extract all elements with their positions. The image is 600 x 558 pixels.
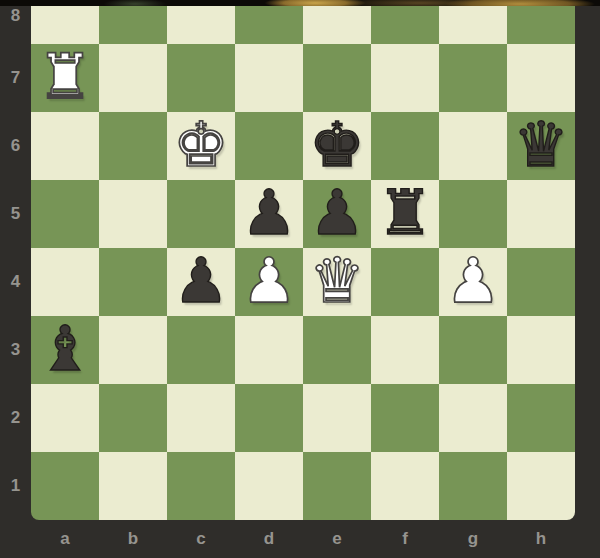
square-g3[interactable] xyxy=(439,316,507,384)
rank-label-6: 6 xyxy=(0,136,31,156)
piece-white-rook[interactable]: ♜ xyxy=(31,43,99,111)
file-label-a: a xyxy=(31,520,99,558)
square-g5[interactable] xyxy=(439,180,507,248)
square-d3[interactable] xyxy=(235,316,303,384)
square-b2[interactable] xyxy=(99,384,167,452)
square-b7[interactable] xyxy=(99,44,167,112)
file-label-h: h xyxy=(507,520,575,558)
square-h8[interactable] xyxy=(507,6,575,44)
square-a6[interactable] xyxy=(31,112,99,180)
square-d7[interactable] xyxy=(235,44,303,112)
square-h2[interactable] xyxy=(507,384,575,452)
square-g8[interactable] xyxy=(439,6,507,44)
square-e8[interactable] xyxy=(303,6,371,44)
square-a8[interactable] xyxy=(31,6,99,44)
square-e1[interactable] xyxy=(303,452,371,520)
rank-label-7: 7 xyxy=(0,68,31,88)
rank-label-4: 4 xyxy=(0,272,31,292)
square-f3[interactable] xyxy=(371,316,439,384)
square-f7[interactable] xyxy=(371,44,439,112)
square-f2[interactable] xyxy=(371,384,439,452)
square-h4[interactable] xyxy=(507,248,575,316)
square-g1[interactable] xyxy=(439,452,507,520)
rank-label-5: 5 xyxy=(0,204,31,224)
square-a3[interactable]: ♝ xyxy=(31,316,99,384)
square-f1[interactable] xyxy=(371,452,439,520)
piece-white-king[interactable]: ♚ xyxy=(167,111,235,179)
square-c3[interactable] xyxy=(167,316,235,384)
square-d8[interactable] xyxy=(235,6,303,44)
square-g7[interactable] xyxy=(439,44,507,112)
square-c6[interactable]: ♚ xyxy=(167,112,235,180)
square-e6[interactable]: ♚ xyxy=(303,112,371,180)
square-h1[interactable] xyxy=(507,452,575,520)
rank-label-3: 3 xyxy=(0,340,31,360)
square-c1[interactable] xyxy=(167,452,235,520)
square-d1[interactable] xyxy=(235,452,303,520)
piece-white-pawn[interactable]: ♟ xyxy=(235,247,303,315)
chess-board[interactable]: ♜♚♚♛♟♟♜♟♟♛♟♝ xyxy=(31,6,575,520)
square-h3[interactable] xyxy=(507,316,575,384)
file-label-e: e xyxy=(303,520,371,558)
square-a2[interactable] xyxy=(31,384,99,452)
square-c4[interactable]: ♟ xyxy=(167,248,235,316)
square-e3[interactable] xyxy=(303,316,371,384)
square-h6[interactable]: ♛ xyxy=(507,112,575,180)
square-e2[interactable] xyxy=(303,384,371,452)
piece-black-pawn[interactable]: ♟ xyxy=(235,179,303,247)
piece-black-bishop[interactable]: ♝ xyxy=(31,315,99,383)
square-b1[interactable] xyxy=(99,452,167,520)
square-e7[interactable] xyxy=(303,44,371,112)
square-a7[interactable]: ♜ xyxy=(31,44,99,112)
square-d6[interactable] xyxy=(235,112,303,180)
board-grid: ♜♚♚♛♟♟♜♟♟♛♟♝ xyxy=(31,6,575,520)
square-c5[interactable] xyxy=(167,180,235,248)
square-g6[interactable] xyxy=(439,112,507,180)
square-h7[interactable] xyxy=(507,44,575,112)
piece-white-pawn[interactable]: ♟ xyxy=(439,247,507,315)
file-label-c: c xyxy=(167,520,235,558)
piece-black-king[interactable]: ♚ xyxy=(303,111,371,179)
file-label-d: d xyxy=(235,520,303,558)
piece-black-pawn[interactable]: ♟ xyxy=(167,247,235,315)
square-h5[interactable] xyxy=(507,180,575,248)
square-g2[interactable] xyxy=(439,384,507,452)
rank-label-8: 8 xyxy=(0,6,31,26)
square-a4[interactable] xyxy=(31,248,99,316)
file-label-b: b xyxy=(99,520,167,558)
square-a5[interactable] xyxy=(31,180,99,248)
piece-black-pawn[interactable]: ♟ xyxy=(303,179,371,247)
square-e4[interactable]: ♛ xyxy=(303,248,371,316)
square-c2[interactable] xyxy=(167,384,235,452)
square-b3[interactable] xyxy=(99,316,167,384)
square-f4[interactable] xyxy=(371,248,439,316)
square-b6[interactable] xyxy=(99,112,167,180)
rank-label-1: 1 xyxy=(0,476,31,496)
square-f8[interactable] xyxy=(371,6,439,44)
file-label-g: g xyxy=(439,520,507,558)
piece-black-queen[interactable]: ♛ xyxy=(507,111,575,179)
square-d4[interactable]: ♟ xyxy=(235,248,303,316)
piece-white-queen[interactable]: ♛ xyxy=(303,247,371,315)
chess-app-screen: ♜♚♚♛♟♟♜♟♟♛♟♝ 87654321 abcdefgh xyxy=(0,0,600,558)
piece-black-rook[interactable]: ♜ xyxy=(371,179,439,247)
file-label-f: f xyxy=(371,520,439,558)
square-a1[interactable] xyxy=(31,452,99,520)
square-c8[interactable] xyxy=(167,6,235,44)
square-g4[interactable]: ♟ xyxy=(439,248,507,316)
square-b8[interactable] xyxy=(99,6,167,44)
square-e5[interactable]: ♟ xyxy=(303,180,371,248)
square-b5[interactable] xyxy=(99,180,167,248)
square-d2[interactable] xyxy=(235,384,303,452)
square-b4[interactable] xyxy=(99,248,167,316)
square-d5[interactable]: ♟ xyxy=(235,180,303,248)
square-f6[interactable] xyxy=(371,112,439,180)
square-f5[interactable]: ♜ xyxy=(371,180,439,248)
rank-label-2: 2 xyxy=(0,408,31,428)
square-c7[interactable] xyxy=(167,44,235,112)
